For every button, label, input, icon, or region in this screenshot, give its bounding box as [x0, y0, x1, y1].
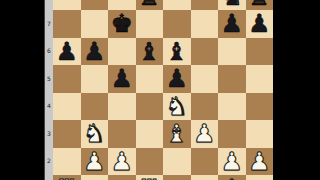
- rank-label-7: 7: [45, 10, 53, 38]
- rank-label-8: 8: [45, 0, 53, 10]
- square-e6[interactable]: ♝: [163, 38, 191, 66]
- square-a5[interactable]: [53, 65, 81, 93]
- square-g5[interactable]: [218, 65, 246, 93]
- square-b5[interactable]: [81, 65, 109, 93]
- piece-white-pawn-f3[interactable]: ♟: [191, 120, 219, 148]
- piece-white-pawn-h2[interactable]: ♟: [246, 148, 274, 176]
- piece-white-knight-e4[interactable]: ♞: [163, 93, 191, 121]
- square-e1[interactable]: [163, 175, 191, 180]
- square-h7[interactable]: ♟: [246, 10, 274, 38]
- piece-black-king-c7[interactable]: ♚: [108, 10, 136, 38]
- piece-white-pawn-c2[interactable]: ♟: [108, 148, 136, 176]
- square-c6[interactable]: [108, 38, 136, 66]
- square-b2[interactable]: ♟: [81, 148, 109, 176]
- square-a4[interactable]: [53, 93, 81, 121]
- square-f6[interactable]: [191, 38, 219, 66]
- rank-label-1: 1: [45, 175, 53, 180]
- square-a1[interactable]: ♜: [53, 175, 81, 180]
- rank-label-4: 4: [45, 93, 53, 121]
- piece-black-pawn-g7[interactable]: ♟: [218, 10, 246, 38]
- square-a2[interactable]: [53, 148, 81, 176]
- square-f1[interactable]: [191, 175, 219, 180]
- chess-board: ♜♞♜♚♟♟♟♟♝♝♟♟♞♞♝♟♟♟♟♟♜♜♚: [53, 0, 273, 180]
- piece-white-rook-a1[interactable]: ♜: [53, 175, 81, 180]
- piece-white-king-g1[interactable]: ♚: [218, 175, 246, 180]
- square-d6[interactable]: ♝: [136, 38, 164, 66]
- square-d2[interactable]: [136, 148, 164, 176]
- square-g2[interactable]: ♟: [218, 148, 246, 176]
- piece-black-pawn-c5[interactable]: ♟: [108, 65, 136, 93]
- square-e3[interactable]: ♝: [163, 120, 191, 148]
- square-d7[interactable]: [136, 10, 164, 38]
- square-a6[interactable]: ♟: [53, 38, 81, 66]
- square-a3[interactable]: [53, 120, 81, 148]
- square-c3[interactable]: [108, 120, 136, 148]
- piece-white-pawn-g2[interactable]: ♟: [218, 148, 246, 176]
- square-c2[interactable]: ♟: [108, 148, 136, 176]
- square-f2[interactable]: [191, 148, 219, 176]
- rank-label-5: 5: [45, 65, 53, 93]
- square-g4[interactable]: [218, 93, 246, 121]
- square-a8[interactable]: [53, 0, 81, 10]
- piece-black-bishop-e6[interactable]: ♝: [163, 38, 191, 66]
- square-c5[interactable]: ♟: [108, 65, 136, 93]
- chess-app-window: 87654321 ♜♞♜♚♟♟♟♟♝♝♟♟♞♞♝♟♟♟♟♟♜♜♚: [0, 0, 320, 180]
- square-c1[interactable]: [108, 175, 136, 180]
- piece-white-bishop-e3[interactable]: ♝: [163, 120, 191, 148]
- square-b6[interactable]: ♟: [81, 38, 109, 66]
- square-c7[interactable]: ♚: [108, 10, 136, 38]
- square-b4[interactable]: [81, 93, 109, 121]
- piece-black-pawn-a6[interactable]: ♟: [53, 38, 81, 66]
- rank-label-3: 3: [45, 120, 53, 148]
- square-d3[interactable]: [136, 120, 164, 148]
- square-b1[interactable]: [81, 175, 109, 180]
- square-e7[interactable]: [163, 10, 191, 38]
- square-d1[interactable]: ♜: [136, 175, 164, 180]
- square-g6[interactable]: [218, 38, 246, 66]
- square-f5[interactable]: [191, 65, 219, 93]
- square-f8[interactable]: [191, 0, 219, 10]
- square-b3[interactable]: ♞: [81, 120, 109, 148]
- square-h4[interactable]: [246, 93, 274, 121]
- square-a7[interactable]: [53, 10, 81, 38]
- piece-black-rook-d8[interactable]: ♜: [136, 0, 164, 10]
- square-f3[interactable]: ♟: [191, 120, 219, 148]
- square-h6[interactable]: [246, 38, 274, 66]
- square-d8[interactable]: ♜: [136, 0, 164, 10]
- square-f7[interactable]: [191, 10, 219, 38]
- rank-label-2: 2: [45, 148, 53, 176]
- piece-black-pawn-e5[interactable]: ♟: [163, 65, 191, 93]
- square-g1[interactable]: ♚: [218, 175, 246, 180]
- piece-white-pawn-b2[interactable]: ♟: [81, 148, 109, 176]
- square-b7[interactable]: [81, 10, 109, 38]
- square-h3[interactable]: [246, 120, 274, 148]
- piece-black-bishop-d6[interactable]: ♝: [136, 38, 164, 66]
- piece-black-pawn-b6[interactable]: ♟: [81, 38, 109, 66]
- square-d5[interactable]: [136, 65, 164, 93]
- square-c4[interactable]: [108, 93, 136, 121]
- piece-black-pawn-h7[interactable]: ♟: [246, 10, 274, 38]
- square-h2[interactable]: ♟: [246, 148, 274, 176]
- piece-white-rook-d1[interactable]: ♜: [136, 175, 164, 180]
- square-e2[interactable]: [163, 148, 191, 176]
- square-f4[interactable]: [191, 93, 219, 121]
- square-g3[interactable]: [218, 120, 246, 148]
- square-b8[interactable]: [81, 0, 109, 10]
- square-h1[interactable]: [246, 175, 274, 180]
- board-viewport: 87654321 ♜♞♜♚♟♟♟♟♝♝♟♟♞♞♝♟♟♟♟♟♜♜♚: [44, 0, 273, 180]
- rank-label-6: 6: [45, 38, 53, 66]
- square-g7[interactable]: ♟: [218, 10, 246, 38]
- square-e8[interactable]: [163, 0, 191, 10]
- rank-label-gutter: 87654321: [44, 0, 53, 180]
- piece-white-knight-b3[interactable]: ♞: [81, 120, 109, 148]
- square-e5[interactable]: ♟: [163, 65, 191, 93]
- square-h5[interactable]: [246, 65, 274, 93]
- square-e4[interactable]: ♞: [163, 93, 191, 121]
- square-d4[interactable]: [136, 93, 164, 121]
